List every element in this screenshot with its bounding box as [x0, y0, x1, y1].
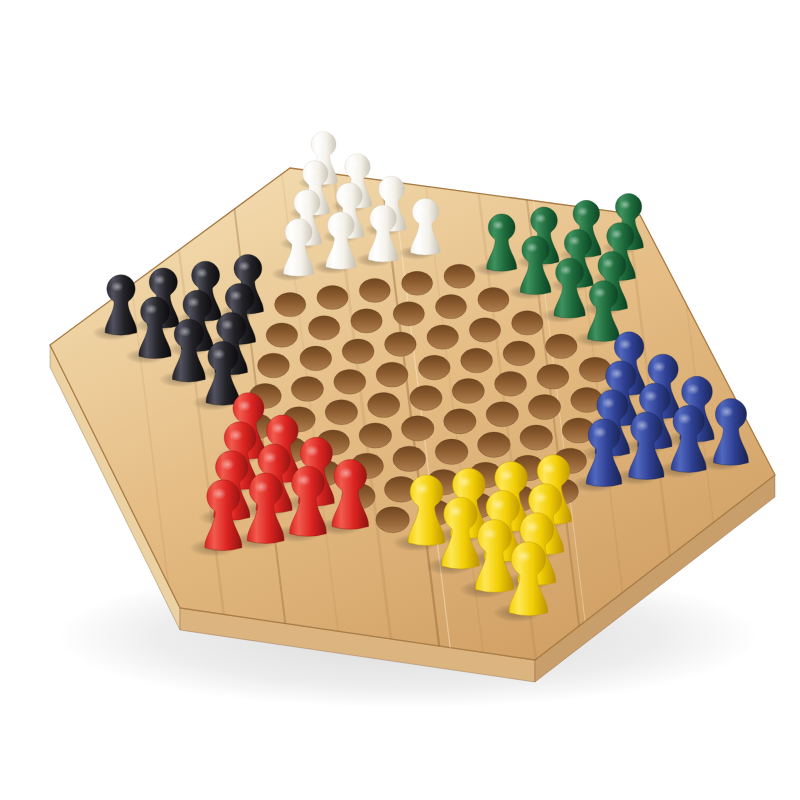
peg-highlight	[212, 488, 226, 500]
peg-highlight	[221, 319, 234, 330]
hole[interactable]	[478, 432, 511, 457]
peg-highlight	[289, 225, 301, 235]
hole[interactable]	[266, 323, 298, 347]
hole[interactable]	[275, 293, 306, 317]
peg-highlight	[500, 469, 514, 481]
peg-highlight	[196, 268, 208, 278]
hole[interactable]	[537, 364, 569, 389]
peg-highlight	[339, 467, 353, 479]
peg-highlight	[619, 339, 632, 350]
peg-highlight	[635, 420, 649, 431]
hole[interactable]	[503, 341, 535, 366]
hole[interactable]	[402, 271, 433, 295]
peg-highlight	[154, 275, 166, 285]
peg-highlight	[221, 459, 235, 471]
peg-highlight	[187, 297, 199, 307]
hole[interactable]	[385, 332, 417, 356]
hole[interactable]	[325, 400, 357, 425]
peg-highlight	[315, 138, 326, 147]
peg-highlight	[492, 220, 504, 230]
peg-highlight	[179, 326, 192, 337]
hole[interactable]	[512, 311, 543, 335]
peg-highlight	[238, 261, 250, 271]
peg-highlight	[305, 445, 319, 457]
hole[interactable]	[300, 346, 332, 371]
hole[interactable]	[342, 339, 374, 364]
hole[interactable]	[359, 278, 390, 302]
peg-highlight	[298, 196, 309, 206]
peg-highlight	[457, 476, 471, 488]
hole[interactable]	[258, 353, 290, 378]
peg-highlight	[297, 474, 311, 486]
peg-highlight	[594, 287, 606, 297]
hole[interactable]	[528, 395, 560, 420]
peg-highlight	[349, 160, 360, 169]
hole[interactable]	[308, 316, 339, 340]
peg-highlight	[542, 463, 556, 475]
hole[interactable]	[478, 288, 509, 312]
peg-highlight	[111, 281, 123, 291]
peg-highlight	[619, 200, 630, 210]
peg-highlight	[229, 429, 243, 441]
scene	[0, 0, 800, 800]
peg-highlight	[516, 550, 531, 563]
peg-highlight	[644, 391, 657, 402]
peg-highlight	[483, 528, 498, 540]
peg-highlight	[145, 304, 157, 314]
peg-highlight	[686, 384, 699, 395]
peg-highlight	[534, 492, 548, 504]
peg-highlight	[254, 481, 268, 493]
hole[interactable]	[334, 369, 366, 394]
hole[interactable]	[393, 302, 424, 326]
peg-highlight	[602, 258, 614, 268]
peg-highlight	[653, 361, 666, 372]
hole[interactable]	[444, 264, 475, 288]
peg-highlight	[416, 205, 427, 215]
hole[interactable]	[359, 423, 392, 448]
peg-highlight	[577, 207, 588, 217]
chinese-checkers-board	[0, 0, 800, 800]
hole[interactable]	[376, 362, 408, 387]
hole[interactable]	[444, 409, 476, 434]
peg-highlight	[230, 290, 242, 300]
peg-highlight	[560, 265, 572, 275]
hole[interactable]	[452, 379, 484, 404]
hole[interactable]	[418, 355, 450, 380]
peg-highlight	[610, 368, 623, 379]
hole[interactable]	[469, 318, 500, 342]
hole[interactable]	[368, 393, 400, 418]
peg-highlight	[263, 452, 277, 464]
hole[interactable]	[520, 425, 553, 450]
peg-highlight	[415, 483, 429, 495]
hole[interactable]	[410, 386, 442, 411]
hole[interactable]	[486, 402, 518, 427]
peg-highlight	[611, 229, 623, 239]
hole[interactable]	[435, 295, 466, 319]
peg-highlight	[526, 243, 538, 253]
hole[interactable]	[427, 325, 459, 349]
hole[interactable]	[376, 507, 410, 533]
peg-highlight	[535, 213, 546, 223]
peg-highlight	[569, 236, 581, 246]
peg-highlight	[271, 423, 285, 435]
peg-highlight	[720, 406, 733, 417]
hole[interactable]	[461, 348, 493, 373]
hole[interactable]	[317, 286, 348, 310]
peg-highlight	[491, 498, 505, 510]
peg-highlight	[602, 397, 615, 408]
hole[interactable]	[291, 377, 323, 402]
hole[interactable]	[495, 371, 527, 396]
peg-highlight	[525, 521, 540, 533]
peg-highlight	[678, 413, 691, 424]
peg-highlight	[212, 349, 225, 360]
hole[interactable]	[435, 439, 468, 464]
peg-highlight	[593, 426, 607, 438]
hole[interactable]	[351, 309, 382, 333]
hole[interactable]	[546, 334, 578, 359]
hole[interactable]	[401, 416, 434, 441]
hole[interactable]	[393, 446, 426, 471]
peg-highlight	[238, 400, 251, 411]
peg-highlight	[340, 189, 351, 199]
peg-highlight	[332, 218, 344, 228]
peg-highlight	[382, 182, 393, 191]
peg-highlight	[449, 505, 463, 517]
peg-highlight	[374, 211, 385, 221]
peg-highlight	[306, 167, 317, 176]
